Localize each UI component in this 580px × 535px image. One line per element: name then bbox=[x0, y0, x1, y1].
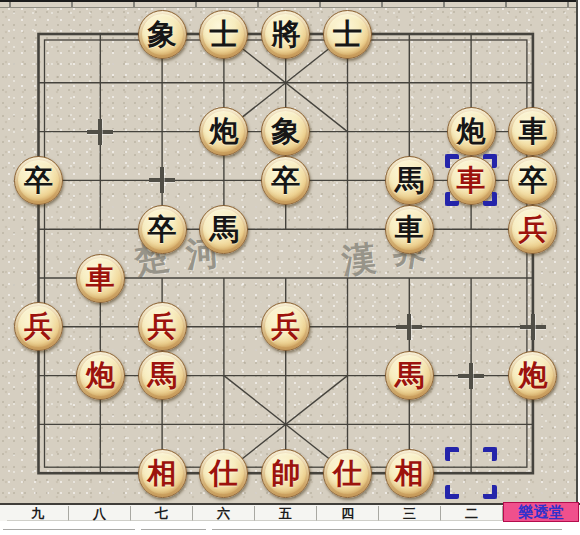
piece-label: 象 bbox=[139, 11, 186, 58]
piece-red-elephant[interactable]: 相 bbox=[385, 449, 434, 498]
piece-label: 兵 bbox=[262, 303, 309, 350]
piece-red-soldier[interactable]: 兵 bbox=[261, 302, 310, 351]
piece-black-advisor[interactable]: 士 bbox=[323, 10, 372, 59]
piece-label: 相 bbox=[386, 450, 433, 497]
piece-red-advisor[interactable]: 仕 bbox=[323, 449, 372, 498]
piece-black-elephant[interactable]: 象 bbox=[138, 10, 187, 59]
piece-label: 兵 bbox=[509, 206, 556, 253]
piece-red-cannon[interactable]: 炮 bbox=[76, 351, 125, 400]
piece-black-cannon[interactable]: 炮 bbox=[199, 107, 248, 156]
piece-label: 車 bbox=[509, 108, 556, 155]
piece-label: 炮 bbox=[509, 352, 556, 399]
piece-label: 炮 bbox=[200, 108, 247, 155]
piece-label: 相 bbox=[139, 450, 186, 497]
point-marker bbox=[520, 314, 546, 340]
piece-label: 卒 bbox=[262, 157, 309, 204]
piece-red-horse[interactable]: 馬 bbox=[138, 351, 187, 400]
piece-red-horse[interactable]: 馬 bbox=[385, 351, 434, 400]
piece-red-general[interactable]: 帥 bbox=[261, 449, 310, 498]
piece-black-chariot[interactable]: 車 bbox=[385, 205, 434, 254]
piece-red-elephant[interactable]: 相 bbox=[138, 449, 187, 498]
piece-label: 炮 bbox=[77, 352, 124, 399]
point-marker bbox=[458, 363, 484, 389]
piece-red-chariot[interactable]: 車 bbox=[447, 156, 496, 205]
piece-label: 帥 bbox=[262, 450, 309, 497]
piece-label: 卒 bbox=[15, 157, 62, 204]
brand-badge[interactable]: 樂透堂 bbox=[503, 502, 579, 522]
point-marker bbox=[149, 167, 175, 193]
piece-label: 卒 bbox=[139, 206, 186, 253]
piece-black-soldier[interactable]: 卒 bbox=[138, 205, 187, 254]
piece-label: 象 bbox=[262, 108, 309, 155]
point-marker bbox=[87, 119, 113, 145]
piece-label: 兵 bbox=[15, 303, 62, 350]
piece-black-elephant[interactable]: 象 bbox=[261, 107, 310, 156]
piece-red-soldier[interactable]: 兵 bbox=[508, 205, 557, 254]
piece-label: 炮 bbox=[448, 108, 495, 155]
piece-label: 馬 bbox=[386, 352, 433, 399]
piece-black-chariot[interactable]: 車 bbox=[508, 107, 557, 156]
piece-black-soldier[interactable]: 卒 bbox=[261, 156, 310, 205]
piece-label: 馬 bbox=[139, 352, 186, 399]
piece-label: 士 bbox=[324, 11, 371, 58]
piece-label: 馬 bbox=[386, 157, 433, 204]
piece-black-soldier[interactable]: 卒 bbox=[508, 156, 557, 205]
piece-red-chariot[interactable]: 車 bbox=[76, 254, 125, 303]
piece-black-horse[interactable]: 馬 bbox=[199, 205, 248, 254]
xiangqi-game-window: 楚河漢界 象士將士炮象炮車卒卒馬車卒卒馬車兵車兵兵兵炮馬馬炮相仕帥仕相 九八七六… bbox=[0, 0, 580, 535]
piece-black-advisor[interactable]: 士 bbox=[199, 10, 248, 59]
piece-label: 車 bbox=[386, 206, 433, 253]
piece-label: 仕 bbox=[324, 450, 371, 497]
piece-black-horse[interactable]: 馬 bbox=[385, 156, 434, 205]
piece-black-general[interactable]: 將 bbox=[261, 10, 310, 59]
piece-label: 卒 bbox=[509, 157, 556, 204]
piece-red-soldier[interactable]: 兵 bbox=[14, 302, 63, 351]
piece-red-cannon[interactable]: 炮 bbox=[508, 351, 557, 400]
piece-label: 將 bbox=[262, 11, 309, 58]
piece-black-soldier[interactable]: 卒 bbox=[14, 156, 63, 205]
piece-label: 馬 bbox=[200, 206, 247, 253]
piece-red-advisor[interactable]: 仕 bbox=[199, 449, 248, 498]
piece-label: 兵 bbox=[139, 303, 186, 350]
piece-label: 士 bbox=[200, 11, 247, 58]
piece-black-cannon[interactable]: 炮 bbox=[447, 107, 496, 156]
piece-red-soldier[interactable]: 兵 bbox=[138, 302, 187, 351]
point-marker bbox=[396, 314, 422, 340]
piece-label: 車 bbox=[77, 255, 124, 302]
piece-label: 仕 bbox=[200, 450, 247, 497]
piece-label: 車 bbox=[448, 157, 495, 204]
